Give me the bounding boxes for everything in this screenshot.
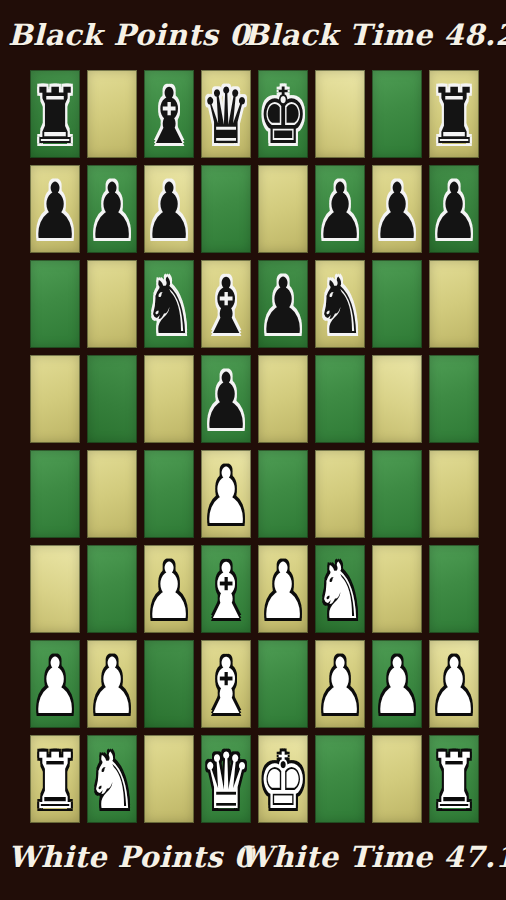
white-points-label: White Points 0 bbox=[8, 840, 254, 874]
white-pawn-c3[interactable]: ♟ bbox=[144, 553, 194, 630]
square-a2[interactable]: ♟ bbox=[30, 640, 80, 728]
black-knight-c6[interactable]: ♞ bbox=[144, 268, 194, 345]
square-a7[interactable]: ♟ bbox=[30, 165, 80, 253]
square-f3[interactable]: ♞ bbox=[315, 545, 365, 633]
square-d8[interactable]: ♛ bbox=[201, 70, 251, 158]
square-c3[interactable]: ♟ bbox=[144, 545, 194, 633]
square-c2[interactable] bbox=[144, 640, 194, 728]
black-pawn-g7[interactable]: ♟ bbox=[372, 173, 422, 250]
square-b5[interactable] bbox=[87, 355, 137, 443]
square-d5[interactable]: ♟ bbox=[201, 355, 251, 443]
square-a6[interactable] bbox=[30, 260, 80, 348]
white-bishop-d2[interactable]: ♝ bbox=[201, 648, 251, 725]
black-pawn-c7[interactable]: ♟ bbox=[144, 173, 194, 250]
white-pawn-b2[interactable]: ♟ bbox=[87, 648, 137, 725]
square-g1[interactable] bbox=[372, 735, 422, 823]
square-g4[interactable] bbox=[372, 450, 422, 538]
square-g5[interactable] bbox=[372, 355, 422, 443]
white-rook-a1[interactable]: ♜ bbox=[30, 743, 80, 820]
square-d6[interactable]: ♝ bbox=[201, 260, 251, 348]
white-pawn-a2[interactable]: ♟ bbox=[30, 648, 80, 725]
black-bishop-d6[interactable]: ♝ bbox=[201, 268, 251, 345]
square-c4[interactable] bbox=[144, 450, 194, 538]
square-g6[interactable] bbox=[372, 260, 422, 348]
square-c7[interactable]: ♟ bbox=[144, 165, 194, 253]
white-pawn-e3[interactable]: ♟ bbox=[258, 553, 308, 630]
square-g2[interactable]: ♟ bbox=[372, 640, 422, 728]
square-h2[interactable]: ♟ bbox=[429, 640, 479, 728]
square-h5[interactable] bbox=[429, 355, 479, 443]
square-f5[interactable] bbox=[315, 355, 365, 443]
black-pawn-a7[interactable]: ♟ bbox=[30, 173, 80, 250]
square-h6[interactable] bbox=[429, 260, 479, 348]
square-d3[interactable]: ♝ bbox=[201, 545, 251, 633]
square-a5[interactable] bbox=[30, 355, 80, 443]
black-knight-f6[interactable]: ♞ bbox=[315, 268, 365, 345]
square-a3[interactable] bbox=[30, 545, 80, 633]
square-d4[interactable]: ♟ bbox=[201, 450, 251, 538]
square-d7[interactable] bbox=[201, 165, 251, 253]
black-rook-a8[interactable]: ♜ bbox=[30, 78, 80, 155]
square-h8[interactable]: ♜ bbox=[429, 70, 479, 158]
square-e3[interactable]: ♟ bbox=[258, 545, 308, 633]
square-c6[interactable]: ♞ bbox=[144, 260, 194, 348]
black-pawn-d5[interactable]: ♟ bbox=[201, 363, 251, 440]
square-f1[interactable] bbox=[315, 735, 365, 823]
black-pawn-b7[interactable]: ♟ bbox=[87, 173, 137, 250]
square-f6[interactable]: ♞ bbox=[315, 260, 365, 348]
square-f8[interactable] bbox=[315, 70, 365, 158]
square-h7[interactable]: ♟ bbox=[429, 165, 479, 253]
white-rook-h1[interactable]: ♜ bbox=[429, 743, 479, 820]
square-h4[interactable] bbox=[429, 450, 479, 538]
white-queen-d1[interactable]: ♛ bbox=[201, 743, 251, 820]
square-a4[interactable] bbox=[30, 450, 80, 538]
black-pawn-h7[interactable]: ♟ bbox=[429, 173, 479, 250]
black-rook-h8[interactable]: ♜ bbox=[429, 78, 479, 155]
square-d2[interactable]: ♝ bbox=[201, 640, 251, 728]
square-f2[interactable]: ♟ bbox=[315, 640, 365, 728]
square-c5[interactable] bbox=[144, 355, 194, 443]
square-b1[interactable]: ♞ bbox=[87, 735, 137, 823]
white-knight-b1[interactable]: ♞ bbox=[87, 743, 137, 820]
square-h1[interactable]: ♜ bbox=[429, 735, 479, 823]
black-bishop-c8[interactable]: ♝ bbox=[144, 78, 194, 155]
square-g8[interactable] bbox=[372, 70, 422, 158]
white-pawn-f2[interactable]: ♟ bbox=[315, 648, 365, 725]
square-c8[interactable]: ♝ bbox=[144, 70, 194, 158]
square-e2[interactable] bbox=[258, 640, 308, 728]
square-b7[interactable]: ♟ bbox=[87, 165, 137, 253]
square-f4[interactable] bbox=[315, 450, 365, 538]
square-c1[interactable] bbox=[144, 735, 194, 823]
square-b2[interactable]: ♟ bbox=[87, 640, 137, 728]
black-queen-d8[interactable]: ♛ bbox=[201, 78, 251, 155]
white-time-label: White Time 47.1 bbox=[239, 840, 506, 874]
white-bishop-d3[interactable]: ♝ bbox=[201, 553, 251, 630]
chess-app: Black Points 0 Black Time 48.2 ♜♝♛♚♜♟♟♟♟… bbox=[0, 0, 506, 900]
square-b8[interactable] bbox=[87, 70, 137, 158]
square-e4[interactable] bbox=[258, 450, 308, 538]
square-b4[interactable] bbox=[87, 450, 137, 538]
square-g7[interactable]: ♟ bbox=[372, 165, 422, 253]
white-king-e1[interactable]: ♚ bbox=[258, 743, 308, 820]
square-e5[interactable] bbox=[258, 355, 308, 443]
black-points-label: Black Points 0 bbox=[8, 18, 250, 52]
square-d1[interactable]: ♛ bbox=[201, 735, 251, 823]
square-e1[interactable]: ♚ bbox=[258, 735, 308, 823]
chess-board: ♜♝♛♚♜♟♟♟♟♟♟♞♝♟♞♟♟♟♝♟♞♟♟♝♟♟♟♜♞♛♚♜ bbox=[30, 70, 479, 823]
square-b3[interactable] bbox=[87, 545, 137, 633]
square-g3[interactable] bbox=[372, 545, 422, 633]
white-pawn-h2[interactable]: ♟ bbox=[429, 648, 479, 725]
square-a8[interactable]: ♜ bbox=[30, 70, 80, 158]
square-a1[interactable]: ♜ bbox=[30, 735, 80, 823]
black-pawn-f7[interactable]: ♟ bbox=[315, 173, 365, 250]
square-e8[interactable]: ♚ bbox=[258, 70, 308, 158]
square-b6[interactable] bbox=[87, 260, 137, 348]
white-knight-f3[interactable]: ♞ bbox=[315, 553, 365, 630]
square-e7[interactable] bbox=[258, 165, 308, 253]
square-h3[interactable] bbox=[429, 545, 479, 633]
white-pawn-g2[interactable]: ♟ bbox=[372, 648, 422, 725]
black-king-e8[interactable]: ♚ bbox=[258, 78, 308, 155]
square-f7[interactable]: ♟ bbox=[315, 165, 365, 253]
square-e6[interactable]: ♟ bbox=[258, 260, 308, 348]
black-pawn-e6[interactable]: ♟ bbox=[258, 268, 308, 345]
black-time-label: Black Time 48.2 bbox=[244, 18, 506, 52]
white-pawn-d4[interactable]: ♟ bbox=[201, 458, 251, 535]
